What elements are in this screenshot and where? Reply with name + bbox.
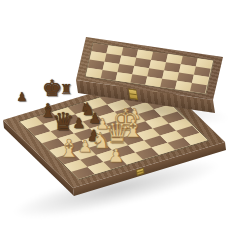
board-brass-latch bbox=[136, 168, 144, 176]
box-brass-latch bbox=[128, 89, 138, 100]
box-cell-7-3 bbox=[190, 83, 207, 93]
piece-black-king: ♚ bbox=[42, 77, 62, 100]
piece-black-rook: ♜ bbox=[60, 83, 72, 97]
chess-set-photo: ♝♞♛♟♟♟♟♟♚♛♞♝♝♟♟♟♚♜ bbox=[0, 0, 228, 228]
piece-black-pawn: ♟ bbox=[17, 91, 28, 103]
